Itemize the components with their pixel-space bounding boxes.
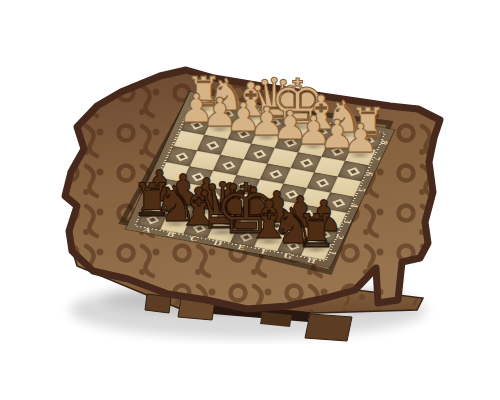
diamond-inlay xyxy=(208,193,221,202)
diamond-inlay xyxy=(284,138,297,147)
diamond-inlay xyxy=(222,161,235,170)
diamond-inlay xyxy=(316,179,329,188)
diamond-inlay xyxy=(146,215,159,224)
diamond-inlay xyxy=(254,201,267,210)
diamond-inlay-center xyxy=(271,120,278,124)
diamond-inlay-center xyxy=(258,204,265,208)
diamond-inlay-center xyxy=(256,152,263,156)
diamond-inlay-center xyxy=(226,163,233,167)
diamond-inlay-center xyxy=(224,112,231,116)
diamond-inlay xyxy=(237,130,250,139)
diamond-inlay xyxy=(317,230,330,239)
diamond-inlay xyxy=(315,127,328,136)
diamond-inlay-center xyxy=(195,175,202,179)
diamond-inlay xyxy=(177,204,190,213)
file-label-h: H xyxy=(305,256,317,265)
diamond-inlay-center xyxy=(305,212,312,216)
file-label-e: E xyxy=(236,243,247,252)
diamond-inlay xyxy=(287,242,300,251)
file-label-a: A xyxy=(142,226,153,235)
diamond-inlay-center xyxy=(289,192,296,196)
diamond-inlay xyxy=(301,210,314,219)
diamond-inlay xyxy=(271,221,284,230)
diamond-inlay xyxy=(221,110,234,119)
chess-set-photo: ABCDEFGH12345678 ♜♞♝♛♚♝♞♜♟♟♟♟♟♟♟♟♟♟♟♟♟♟♟… xyxy=(0,0,500,400)
diamond-inlay-center xyxy=(193,123,200,127)
diamond-inlay xyxy=(224,213,237,222)
foot-right xyxy=(305,314,352,341)
file-label-f: F xyxy=(259,247,269,256)
diamond-inlay-center xyxy=(321,232,328,236)
diamond-inlay xyxy=(161,184,174,193)
diamond-inlay-center xyxy=(227,215,234,219)
diamond-inlay-center xyxy=(350,169,357,173)
diamond-inlay-center xyxy=(287,141,294,145)
diamond-inlay xyxy=(253,150,266,159)
diamond-inlay-center xyxy=(240,132,247,136)
diamond-inlay xyxy=(240,233,253,242)
diamond-inlay-center xyxy=(303,161,310,165)
diamond-inlay xyxy=(362,136,375,145)
diamond-inlay-center xyxy=(243,235,250,239)
file-label-b: B xyxy=(165,230,176,239)
diamond-inlay xyxy=(332,199,345,208)
diamond-inlay-center xyxy=(319,181,326,185)
diamond-inlay xyxy=(347,167,360,176)
diamond-inlay-center xyxy=(318,129,325,133)
diamond-inlay-center xyxy=(179,155,186,159)
diamond-inlay-center xyxy=(242,183,249,187)
diamond-inlay-center xyxy=(180,206,187,210)
diamond-inlay-center xyxy=(164,186,171,190)
diamond-inlay xyxy=(238,181,251,190)
diamond-inlay xyxy=(191,173,204,182)
file-label-g: G xyxy=(282,252,294,261)
diamond-inlay-center xyxy=(272,172,279,176)
diamond-inlay xyxy=(206,141,219,150)
diamond-inlay xyxy=(331,147,344,156)
diamond-inlay-center xyxy=(335,201,342,205)
file-label-d: D xyxy=(212,239,224,248)
diamond-inlay-center xyxy=(365,138,372,142)
diamond-inlay xyxy=(269,170,282,179)
diamond-inlay xyxy=(285,190,298,199)
diamond-inlay-center xyxy=(149,218,156,222)
diamond-inlay xyxy=(300,158,313,167)
diamond-inlay-center xyxy=(211,195,218,199)
diamond-inlay-center xyxy=(290,244,297,248)
diamond-inlay xyxy=(193,224,206,233)
diamond-inlay xyxy=(190,121,203,130)
file-label-c: C xyxy=(189,234,200,243)
diamond-inlay xyxy=(268,118,281,127)
diamond-inlay-center xyxy=(196,226,203,230)
diamond-inlay-center xyxy=(274,224,281,228)
diamond-inlay-center xyxy=(334,149,341,153)
diamond-inlay-center xyxy=(210,143,217,147)
diamond-inlay xyxy=(175,152,188,161)
